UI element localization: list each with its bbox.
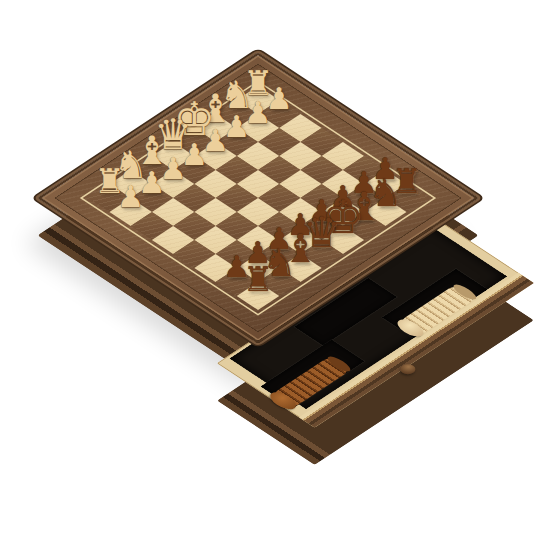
chess-set: ♜♟♟♜♞♟♟♞♝♟♟♝♚♟♟♚♛♟♟♛♝♟♟♝♞♟♟♞♜♟♟♜ bbox=[54, 64, 461, 333]
product-photo-stage: ♜♟♟♜♞♟♟♞♝♟♟♝♚♟♟♚♛♟♟♛♝♟♟♝♞♟♟♞♜♟♟♜ bbox=[0, 0, 540, 540]
